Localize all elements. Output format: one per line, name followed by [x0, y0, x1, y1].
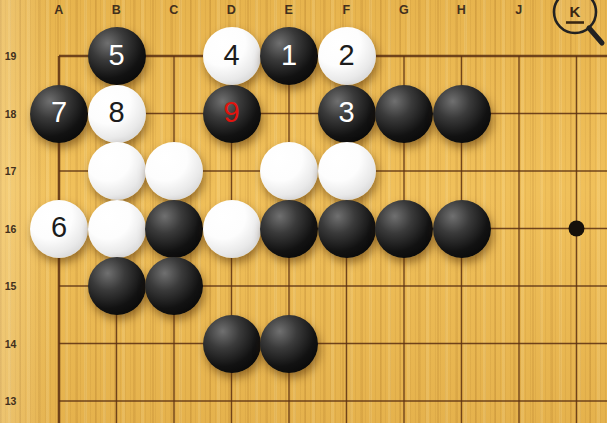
stone-white: 4	[203, 27, 261, 85]
stone-black: 9	[203, 85, 261, 143]
column-label: H	[448, 3, 476, 18]
column-label: B	[103, 3, 131, 18]
stone-white	[88, 200, 146, 258]
stone-black: 1	[260, 27, 318, 85]
stone-white	[318, 142, 376, 200]
stone-black	[203, 315, 261, 373]
move-number: 3	[338, 98, 354, 127]
stone-black	[145, 257, 203, 315]
row-label: 15	[1, 279, 20, 293]
stone-black	[145, 200, 203, 258]
move-number: 4	[223, 41, 239, 70]
row-label: 14	[1, 337, 20, 351]
stones-grid: 541278936	[30, 27, 605, 423]
column-label: D	[218, 3, 246, 18]
row-label: 16	[1, 222, 20, 236]
stone-black	[260, 200, 318, 258]
stone-white	[145, 142, 203, 200]
stone-black	[260, 315, 318, 373]
board-grid-lines	[0, 0, 607, 423]
stone-black: 3	[318, 85, 376, 143]
move-number: 2	[338, 41, 354, 70]
stone-black	[318, 200, 376, 258]
move-number: 6	[51, 213, 67, 242]
go-board-screen: ABCDEFGHJ 19181716151413 541278936 K	[0, 0, 607, 423]
stone-black	[433, 200, 491, 258]
stone-black	[375, 200, 433, 258]
row-label: 19	[1, 49, 20, 63]
row-label: 17	[1, 164, 20, 178]
move-number: 8	[108, 98, 124, 127]
row-label: 18	[1, 107, 20, 121]
stone-black	[433, 85, 491, 143]
stone-white	[88, 142, 146, 200]
stone-white: 8	[88, 85, 146, 143]
magnifier-column-label: K	[570, 3, 581, 20]
stone-white: 6	[30, 200, 88, 258]
stone-white	[203, 200, 261, 258]
stone-white: 2	[318, 27, 376, 85]
move-number: 1	[281, 41, 297, 70]
magnifier-handle	[589, 28, 602, 43]
column-label: C	[160, 3, 188, 18]
column-label: E	[275, 3, 303, 18]
star-point	[569, 221, 585, 237]
move-number: 5	[108, 41, 124, 70]
magnifier-icon[interactable]: K	[545, 0, 607, 52]
column-label: A	[45, 3, 73, 18]
column-label: J	[505, 3, 533, 18]
column-label: F	[333, 3, 361, 18]
stone-black: 5	[88, 27, 146, 85]
move-number: 7	[51, 98, 67, 127]
column-label: G	[390, 3, 418, 18]
stone-black: 7	[30, 85, 88, 143]
stone-white	[260, 142, 318, 200]
move-number: 9	[223, 98, 239, 127]
stone-black	[375, 85, 433, 143]
row-label: 13	[1, 394, 20, 408]
go-board[interactable]: ABCDEFGHJ 19181716151413 541278936 K	[0, 0, 607, 423]
stone-black	[88, 257, 146, 315]
